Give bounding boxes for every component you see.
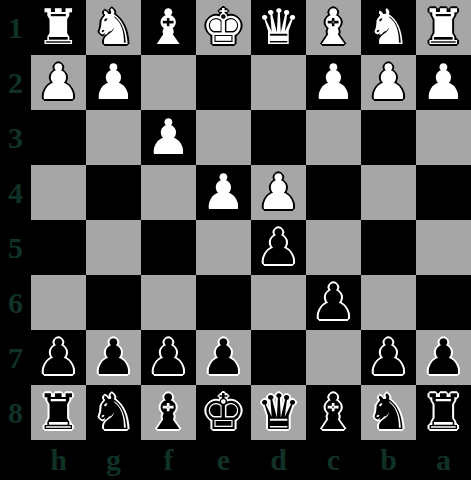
- square-a4[interactable]: [416, 165, 471, 220]
- square-b1[interactable]: ♞: [361, 0, 416, 55]
- black-pawn: ♟: [92, 330, 136, 385]
- white-knight: ♞: [92, 0, 136, 55]
- square-d7[interactable]: [251, 330, 306, 385]
- square-b3[interactable]: [361, 110, 416, 165]
- rank-label-6: 6: [0, 275, 31, 330]
- square-b4[interactable]: [361, 165, 416, 220]
- rank-label-8: 8: [0, 385, 31, 440]
- chessboard-app: 12345678 ♜♞♝♚♛♝♞♜♟♟♟♟♟♟♟♟♟♟♟♟♟♟♟♟♜♞♝♚♛♝♞…: [0, 0, 471, 480]
- square-d3[interactable]: [251, 110, 306, 165]
- square-f8[interactable]: ♝: [141, 385, 196, 440]
- square-d1[interactable]: ♛: [251, 0, 306, 55]
- square-e6[interactable]: [196, 275, 251, 330]
- square-b2[interactable]: ♟: [361, 55, 416, 110]
- square-b7[interactable]: ♟: [361, 330, 416, 385]
- square-g8[interactable]: ♞: [86, 385, 141, 440]
- rank-label-5: 5: [0, 220, 31, 275]
- file-label-c: c: [306, 440, 361, 480]
- square-h2[interactable]: ♟: [31, 55, 86, 110]
- square-c3[interactable]: [306, 110, 361, 165]
- chess-board: ♜♞♝♚♛♝♞♜♟♟♟♟♟♟♟♟♟♟♟♟♟♟♟♟♜♞♝♚♛♝♞♜: [31, 0, 471, 440]
- black-queen: ♛: [257, 385, 301, 440]
- square-f5[interactable]: [141, 220, 196, 275]
- square-e3[interactable]: [196, 110, 251, 165]
- square-h1[interactable]: ♜: [31, 0, 86, 55]
- white-rook: ♜: [422, 0, 466, 55]
- square-d8[interactable]: ♛: [251, 385, 306, 440]
- rank-labels: 12345678: [0, 0, 31, 440]
- black-pawn: ♟: [37, 330, 81, 385]
- white-queen: ♛: [257, 0, 301, 55]
- square-c5[interactable]: [306, 220, 361, 275]
- white-bishop: ♝: [147, 0, 191, 55]
- white-knight: ♞: [367, 0, 411, 55]
- square-e8[interactable]: ♚: [196, 385, 251, 440]
- square-b6[interactable]: [361, 275, 416, 330]
- white-pawn: ♟: [422, 55, 466, 110]
- square-h5[interactable]: [31, 220, 86, 275]
- square-c2[interactable]: ♟: [306, 55, 361, 110]
- white-pawn: ♟: [257, 165, 301, 220]
- file-label-a: a: [416, 440, 471, 480]
- square-b8[interactable]: ♞: [361, 385, 416, 440]
- square-h8[interactable]: ♜: [31, 385, 86, 440]
- file-labels: hgfedcba: [31, 440, 471, 480]
- square-h4[interactable]: [31, 165, 86, 220]
- square-f3[interactable]: ♟: [141, 110, 196, 165]
- square-h6[interactable]: [31, 275, 86, 330]
- square-f6[interactable]: [141, 275, 196, 330]
- file-label-b: b: [361, 440, 416, 480]
- square-c4[interactable]: [306, 165, 361, 220]
- square-g3[interactable]: [86, 110, 141, 165]
- square-f7[interactable]: ♟: [141, 330, 196, 385]
- square-c6[interactable]: ♟: [306, 275, 361, 330]
- white-pawn: ♟: [92, 55, 136, 110]
- square-c7[interactable]: [306, 330, 361, 385]
- square-g7[interactable]: ♟: [86, 330, 141, 385]
- white-pawn: ♟: [367, 55, 411, 110]
- square-a5[interactable]: [416, 220, 471, 275]
- black-bishop: ♝: [312, 385, 356, 440]
- black-pawn: ♟: [147, 330, 191, 385]
- square-a3[interactable]: [416, 110, 471, 165]
- square-a1[interactable]: ♜: [416, 0, 471, 55]
- square-b5[interactable]: [361, 220, 416, 275]
- white-pawn: ♟: [312, 55, 356, 110]
- black-king: ♚: [202, 385, 246, 440]
- square-g4[interactable]: [86, 165, 141, 220]
- square-f4[interactable]: [141, 165, 196, 220]
- black-pawn: ♟: [312, 275, 356, 330]
- square-d6[interactable]: [251, 275, 306, 330]
- square-e5[interactable]: [196, 220, 251, 275]
- rank-label-4: 4: [0, 165, 31, 220]
- square-g5[interactable]: [86, 220, 141, 275]
- square-f1[interactable]: ♝: [141, 0, 196, 55]
- square-e4[interactable]: ♟: [196, 165, 251, 220]
- file-label-h: h: [31, 440, 86, 480]
- square-a6[interactable]: [416, 275, 471, 330]
- white-king: ♚: [202, 0, 246, 55]
- square-g1[interactable]: ♞: [86, 0, 141, 55]
- rank-label-7: 7: [0, 330, 31, 385]
- black-pawn: ♟: [202, 330, 246, 385]
- white-bishop: ♝: [312, 0, 356, 55]
- black-bishop: ♝: [147, 385, 191, 440]
- square-a2[interactable]: ♟: [416, 55, 471, 110]
- file-label-g: g: [86, 440, 141, 480]
- square-c1[interactable]: ♝: [306, 0, 361, 55]
- square-d2[interactable]: [251, 55, 306, 110]
- black-pawn: ♟: [257, 220, 301, 275]
- black-pawn: ♟: [422, 330, 466, 385]
- black-knight: ♞: [92, 385, 136, 440]
- white-pawn: ♟: [147, 110, 191, 165]
- square-e2[interactable]: [196, 55, 251, 110]
- file-label-e: e: [196, 440, 251, 480]
- black-rook: ♜: [37, 385, 81, 440]
- square-d5[interactable]: ♟: [251, 220, 306, 275]
- rank-label-1: 1: [0, 0, 31, 55]
- square-a7[interactable]: ♟: [416, 330, 471, 385]
- white-pawn: ♟: [37, 55, 81, 110]
- square-f2[interactable]: [141, 55, 196, 110]
- white-rook: ♜: [37, 0, 81, 55]
- black-knight: ♞: [367, 385, 411, 440]
- square-c8[interactable]: ♝: [306, 385, 361, 440]
- square-d4[interactable]: ♟: [251, 165, 306, 220]
- square-a8[interactable]: ♜: [416, 385, 471, 440]
- file-label-d: d: [251, 440, 306, 480]
- square-g2[interactable]: ♟: [86, 55, 141, 110]
- black-pawn: ♟: [367, 330, 411, 385]
- square-h7[interactable]: ♟: [31, 330, 86, 385]
- black-rook: ♜: [422, 385, 466, 440]
- square-h3[interactable]: [31, 110, 86, 165]
- rank-label-2: 2: [0, 55, 31, 110]
- file-label-f: f: [141, 440, 196, 480]
- white-pawn: ♟: [202, 165, 246, 220]
- square-e7[interactable]: ♟: [196, 330, 251, 385]
- rank-label-3: 3: [0, 110, 31, 165]
- square-e1[interactable]: ♚: [196, 0, 251, 55]
- square-g6[interactable]: [86, 275, 141, 330]
